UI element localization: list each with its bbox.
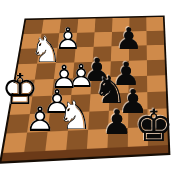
chess-piece-white-pawn-b2[interactable]: ♟♙ [25,102,55,136]
black-pawn-icon: ♟ [116,21,143,56]
board-square-e8[interactable] [95,18,113,32]
board-square-h6[interactable] [147,45,165,60]
white-pawn-icon: ♙ [25,99,55,139]
board-square-h7[interactable] [146,31,164,46]
chess-piece-black-pawn-f7[interactable]: ♟♟ [116,24,143,54]
black-pawn-icon: ♟ [102,102,132,142]
board-square-h4[interactable] [147,75,166,92]
board-square-h8[interactable] [146,17,163,31]
board-square-h5[interactable] [147,60,165,76]
black-king-icon: ♚ [134,100,173,151]
chess-piece-black-king-h1[interactable]: ♚♚ [134,104,173,148]
white-knight-icon: ♘ [57,92,93,138]
chess-piece-white-knight-d2[interactable]: ♞♘ [57,95,93,135]
board-square-e7[interactable] [94,32,112,47]
chessboard-scene: ♟♙♟♟♞♘♟♙♟♙♟♟♟♟♚♔♞♞♟♙♟♟♟♙♞♘♟♟♚♚ [0,0,175,175]
chess-piece-black-pawn-f2[interactable]: ♟♟ [102,105,132,139]
